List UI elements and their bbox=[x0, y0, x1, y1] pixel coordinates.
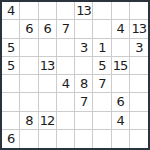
grid-cell-empty[interactable] bbox=[57, 112, 75, 130]
grid-cell-empty[interactable] bbox=[75, 20, 93, 38]
grid-cell-clue: 6 bbox=[2, 130, 20, 148]
grid-cell-empty[interactable] bbox=[130, 112, 148, 130]
grid-cell-empty[interactable] bbox=[20, 75, 38, 93]
grid-cell-clue: 15 bbox=[112, 57, 130, 75]
grid-cell-empty[interactable] bbox=[75, 112, 93, 130]
grid-cell-empty[interactable] bbox=[93, 20, 111, 38]
grid-cell-empty[interactable] bbox=[112, 75, 130, 93]
puzzle-board: 41366741353135135154877681246 bbox=[0, 0, 150, 150]
grid-cell-clue: 4 bbox=[57, 75, 75, 93]
grid-cell-empty[interactable] bbox=[112, 2, 130, 20]
grid-cell-clue: 8 bbox=[20, 112, 38, 130]
grid-cell-empty[interactable] bbox=[130, 93, 148, 111]
grid-cell-empty[interactable] bbox=[112, 39, 130, 57]
grid-cell-clue: 5 bbox=[93, 57, 111, 75]
grid-cell-empty[interactable] bbox=[112, 130, 130, 148]
grid-cell-empty[interactable] bbox=[2, 75, 20, 93]
grid-cell-clue: 6 bbox=[112, 93, 130, 111]
grid-cell-clue: 8 bbox=[75, 75, 93, 93]
grid-cell-empty[interactable] bbox=[130, 2, 148, 20]
grid-cell-clue: 13 bbox=[39, 57, 57, 75]
grid-cell-empty[interactable] bbox=[57, 2, 75, 20]
grid-cell-empty[interactable] bbox=[20, 2, 38, 20]
grid-cell-clue: 6 bbox=[20, 20, 38, 38]
grid-cell-clue: 13 bbox=[130, 20, 148, 38]
grid-cell-empty[interactable] bbox=[2, 112, 20, 130]
grid-cell-empty[interactable] bbox=[39, 93, 57, 111]
grid-cell-clue: 4 bbox=[112, 20, 130, 38]
grid-cell-clue: 7 bbox=[57, 20, 75, 38]
grid-cell-empty[interactable] bbox=[57, 93, 75, 111]
grid-cell-empty[interactable] bbox=[20, 57, 38, 75]
grid-cell-empty[interactable] bbox=[130, 130, 148, 148]
grid-cell-clue: 4 bbox=[112, 112, 130, 130]
grid-cell-clue: 3 bbox=[130, 39, 148, 57]
grid-cell-empty[interactable] bbox=[39, 130, 57, 148]
grid-cell-empty[interactable] bbox=[93, 112, 111, 130]
grid-cell-empty[interactable] bbox=[93, 2, 111, 20]
grid-cell-empty[interactable] bbox=[20, 130, 38, 148]
grid-cell-empty[interactable] bbox=[20, 93, 38, 111]
grid-cell-empty[interactable] bbox=[93, 93, 111, 111]
grid-cell-clue: 5 bbox=[2, 57, 20, 75]
grid-cell-empty[interactable] bbox=[57, 130, 75, 148]
grid-cell-clue: 6 bbox=[39, 20, 57, 38]
grid-cell-empty[interactable] bbox=[39, 2, 57, 20]
grid-cell-empty[interactable] bbox=[57, 39, 75, 57]
grid-cell-empty[interactable] bbox=[2, 93, 20, 111]
grid-cell-clue: 7 bbox=[75, 93, 93, 111]
grid-cell-empty[interactable] bbox=[75, 57, 93, 75]
grid-cell-clue: 3 bbox=[75, 39, 93, 57]
grid-cell-empty[interactable] bbox=[2, 20, 20, 38]
grid-cell-empty[interactable] bbox=[20, 39, 38, 57]
grid-cell-empty[interactable] bbox=[57, 57, 75, 75]
grid-cell-clue: 13 bbox=[75, 2, 93, 20]
grid-cell-clue: 5 bbox=[2, 39, 20, 57]
grid-cell-clue: 4 bbox=[2, 2, 20, 20]
grid-cell-clue: 12 bbox=[39, 112, 57, 130]
grid-cell-empty[interactable] bbox=[93, 130, 111, 148]
grid-cell-clue: 7 bbox=[93, 75, 111, 93]
grid-cell-empty[interactable] bbox=[39, 39, 57, 57]
grid-cell-empty[interactable] bbox=[39, 75, 57, 93]
grid-cell-empty[interactable] bbox=[130, 57, 148, 75]
grid-cell-empty[interactable] bbox=[130, 75, 148, 93]
grid-cell-clue: 1 bbox=[93, 39, 111, 57]
grid-cell-empty[interactable] bbox=[75, 130, 93, 148]
